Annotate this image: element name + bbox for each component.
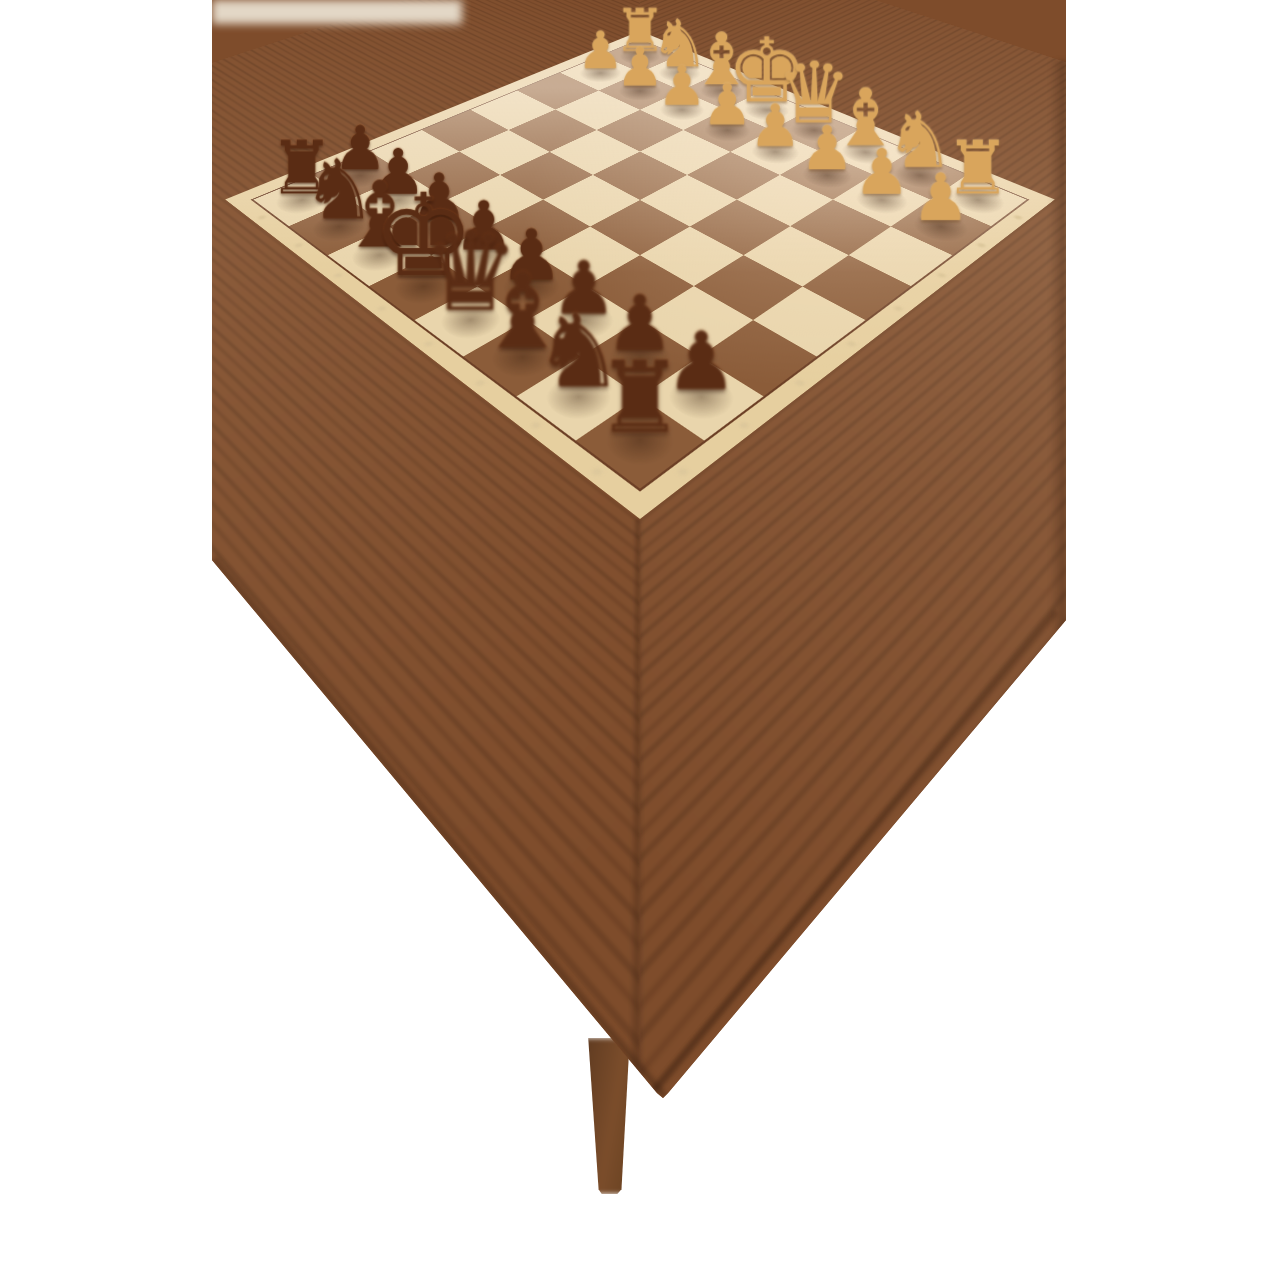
table-leg xyxy=(583,1038,635,1194)
photo-stage: Walnut chess table photographed from abo… xyxy=(0,0,1280,1280)
board-scene: ♜♞♝♛♚♝♞♜♟♟♟♟♟♟♟♟♟♟♟♟♟♟♟♟♜♞♝♛♚♝♞♜ xyxy=(0,0,1280,1280)
table-edge-shade-right-vertical xyxy=(1050,60,1066,630)
rook-glyph: ♜ xyxy=(596,348,685,447)
board-plane: ♜♞♝♛♚♝♞♜♟♟♟♟♟♟♟♟♟♟♟♟♟♟♟♟♜♞♝♛♚♝♞♜ xyxy=(0,0,1280,1280)
pawn-glyph: ♟ xyxy=(912,165,971,230)
background-band xyxy=(212,0,462,24)
chess-table: ♜♞♝♛♚♝♞♜♟♟♟♟♟♟♟♟♟♟♟♟♟♟♟♟♜♞♝♛♚♝♞♜ xyxy=(0,0,1280,1280)
